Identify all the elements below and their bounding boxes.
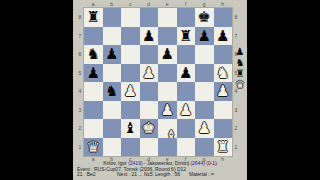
square-a4[interactable]	[84, 82, 103, 101]
white-pawn[interactable]: ♟	[177, 101, 196, 120]
rank-label-4: 4	[77, 82, 83, 101]
square-g5[interactable]	[195, 64, 214, 83]
black-pawn[interactable]: ♟	[140, 27, 159, 46]
square-c7[interactable]	[121, 27, 140, 46]
square-h5[interactable]: ♞	[214, 64, 233, 83]
rank-label-1: 1	[77, 138, 83, 157]
black-king[interactable]: ♚	[195, 8, 214, 27]
square-d4[interactable]	[140, 82, 159, 101]
square-a6[interactable]: ♞	[84, 45, 103, 64]
square-d1[interactable]	[140, 138, 159, 157]
square-e1[interactable]	[158, 138, 177, 157]
black-bishop[interactable]: ♝	[121, 119, 140, 138]
square-e6[interactable]: ♟	[158, 45, 177, 64]
square-e7[interactable]	[158, 27, 177, 46]
rank-label-7: 7	[233, 27, 239, 46]
square-e5[interactable]	[158, 64, 177, 83]
white-rook[interactable]: ♜	[214, 138, 233, 157]
square-a7[interactable]	[84, 27, 103, 46]
square-f7[interactable]: ♜	[177, 27, 196, 46]
white-pawn[interactable]: ♟	[158, 101, 177, 120]
square-h3[interactable]	[214, 101, 233, 120]
white-pawn[interactable]: ♟	[214, 82, 233, 101]
rank-label-5: 5	[77, 64, 83, 83]
square-e2[interactable]: ♝	[158, 119, 177, 138]
square-b3[interactable]	[103, 101, 122, 120]
square-g4[interactable]	[195, 82, 214, 101]
white-knight[interactable]: ♞	[214, 64, 233, 83]
square-c2[interactable]: ♝	[121, 119, 140, 138]
black-player-rating: (2644)	[190, 160, 204, 166]
square-b1[interactable]	[103, 138, 122, 157]
square-d8[interactable]	[140, 8, 159, 27]
rank-label-8: 8	[233, 8, 239, 27]
file-label-b: b	[103, 1, 122, 7]
tray-piece-black-knight: ♞	[234, 57, 246, 68]
square-d6[interactable]	[140, 45, 159, 64]
black-pawn[interactable]: ♟	[158, 45, 177, 64]
square-c8[interactable]	[121, 8, 140, 27]
square-d2[interactable]: ♚	[140, 119, 159, 138]
square-e4[interactable]	[158, 82, 177, 101]
black-pawn[interactable]: ♟	[214, 27, 233, 46]
square-c4[interactable]: ♟	[121, 82, 140, 101]
square-c1[interactable]	[121, 138, 140, 157]
square-h4[interactable]: ♟	[214, 82, 233, 101]
square-f8[interactable]	[177, 8, 196, 27]
black-pawn[interactable]: ♟	[84, 64, 103, 83]
rank-label-3: 3	[233, 101, 239, 120]
square-e8[interactable]	[158, 8, 177, 27]
file-label-a: a	[84, 1, 103, 7]
square-b8[interactable]	[103, 8, 122, 27]
square-h2[interactable]	[214, 119, 233, 138]
status-field-2: Length : 56	[155, 172, 180, 177]
square-h8[interactable]	[214, 8, 233, 27]
square-a5[interactable]: ♟	[84, 64, 103, 83]
square-h6[interactable]	[214, 45, 233, 64]
square-c3[interactable]	[121, 101, 140, 120]
square-d5[interactable]: ♟	[140, 64, 159, 83]
black-rook[interactable]: ♜	[84, 8, 103, 27]
square-g2[interactable]: ♟	[195, 119, 214, 138]
square-a3[interactable]	[84, 101, 103, 120]
rank-label-2: 2	[233, 119, 239, 138]
tray-piece-black-pawn: ♟	[234, 46, 246, 57]
square-f2[interactable]	[177, 119, 196, 138]
black-knight[interactable]: ♞	[103, 82, 122, 101]
square-b2[interactable]	[103, 119, 122, 138]
tray-piece-black-rook: ♜	[234, 68, 246, 79]
file-label-e: e	[158, 1, 177, 7]
square-h1[interactable]: ♜	[214, 138, 233, 157]
square-f4[interactable]	[177, 82, 196, 101]
black-knight[interactable]: ♞	[84, 45, 103, 64]
white-queen[interactable]: ♛	[84, 138, 103, 157]
square-g3[interactable]	[195, 101, 214, 120]
status-field-3: Material : =	[189, 172, 214, 177]
white-pawn[interactable]: ♟	[121, 82, 140, 101]
board-panel: abcdefgh ♜♚♟♜♟♟♞♟♟♟♟♟♞♞♟♟♟♟♝♚♝♟♛♜ abcdef…	[73, 0, 247, 180]
file-label-h: h	[214, 1, 233, 7]
square-f1[interactable]	[177, 138, 196, 157]
rank-label-1: 1	[233, 138, 239, 157]
tray-piece-white-queen: ♛	[234, 79, 246, 90]
rank-label-7: 7	[77, 27, 83, 46]
file-label-d: d	[140, 1, 159, 7]
chess-board[interactable]: ♜♚♟♜♟♟♞♟♟♟♟♟♞♞♟♟♟♟♝♚♝♟♛♜	[84, 8, 232, 156]
square-f3[interactable]: ♟	[177, 101, 196, 120]
square-h7[interactable]: ♟	[214, 27, 233, 46]
black-pawn[interactable]: ♟	[195, 27, 214, 46]
square-f5[interactable]: ♟	[177, 64, 196, 83]
square-a8[interactable]: ♜	[84, 8, 103, 27]
file-label-f: f	[177, 1, 196, 7]
square-d7[interactable]: ♟	[140, 27, 159, 46]
black-pawn[interactable]: ♟	[103, 45, 122, 64]
rank-labels-left: 87654321	[77, 8, 83, 156]
square-d3[interactable]	[140, 101, 159, 120]
rank-label-6: 6	[77, 45, 83, 64]
black-pawn[interactable]: ♟	[177, 64, 196, 83]
square-c5[interactable]	[121, 64, 140, 83]
black-rook[interactable]: ♜	[177, 27, 196, 46]
status-field-1: Next : 21 ... Nc5	[117, 172, 153, 177]
square-b6[interactable]: ♟	[103, 45, 122, 64]
square-a2[interactable]	[84, 119, 103, 138]
file-label-g: g	[195, 1, 214, 7]
file-labels-top: abcdefgh	[84, 1, 232, 7]
square-b4[interactable]: ♞	[103, 82, 122, 101]
white-pawn[interactable]: ♟	[195, 119, 214, 138]
square-b7[interactable]	[103, 27, 122, 46]
square-g1[interactable]	[195, 138, 214, 157]
square-c6[interactable]	[121, 45, 140, 64]
square-g6[interactable]	[195, 45, 214, 64]
square-g7[interactable]: ♟	[195, 27, 214, 46]
rank-label-2: 2	[77, 119, 83, 138]
game-result: (0-1)	[206, 160, 217, 166]
square-e3[interactable]: ♟	[158, 101, 177, 120]
square-f6[interactable]	[177, 45, 196, 64]
square-g8[interactable]: ♚	[195, 8, 214, 27]
white-pawn[interactable]: ♟	[140, 64, 159, 83]
status-field-0: 21 : Be2	[77, 172, 96, 177]
white-king[interactable]: ♚	[140, 119, 159, 138]
material-imbalance-tray: ♟♞♜♛	[234, 46, 246, 90]
square-b5[interactable]	[103, 64, 122, 83]
file-label-c: c	[121, 1, 140, 7]
rank-label-8: 8	[77, 8, 83, 27]
square-a1[interactable]: ♛	[84, 138, 103, 157]
rank-label-3: 3	[77, 101, 83, 120]
